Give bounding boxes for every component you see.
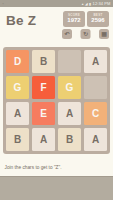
tile-E: E xyxy=(32,102,55,125)
tile-B: B xyxy=(58,128,81,151)
tile-A: A xyxy=(84,50,107,73)
tile-D: D xyxy=(6,50,29,73)
score-box: SCORE 1972 xyxy=(63,11,85,27)
board[interactable]: DBAGFGAEACBABA xyxy=(3,47,110,154)
notification-icon: ▪ xyxy=(3,0,4,7)
goal-caption: Join the chars to get to "Z". xyxy=(5,164,62,170)
tile-A: A xyxy=(58,102,81,125)
empty-cell xyxy=(84,76,107,99)
status-bar-right: ▴ ◢ ▮ 12:34 PM xyxy=(82,0,111,7)
signal-icon: ▴ xyxy=(82,0,84,7)
score-value: 1972 xyxy=(63,17,85,24)
empty-cell xyxy=(58,50,81,73)
bottom-bar xyxy=(0,176,113,200)
tile-G: G xyxy=(58,76,81,99)
status-bar: ▪ ▴ ◢ ▮ 12:34 PM xyxy=(0,0,113,7)
menu-button[interactable]: ▦ xyxy=(99,29,109,39)
tile-C: C xyxy=(84,102,107,125)
tile-A: A xyxy=(84,128,107,151)
app-screen: ▪ ▴ ◢ ▮ 12:34 PM Be Z SCORE 1972 BEST 25… xyxy=(0,0,113,200)
tile-A: A xyxy=(32,128,55,151)
restart-button[interactable]: ↻ xyxy=(81,29,91,39)
best-value: 2596 xyxy=(87,17,109,24)
wifi-icon: ◢ xyxy=(85,0,88,7)
tile-B: B xyxy=(6,128,29,151)
best-box: BEST 2596 xyxy=(87,11,109,27)
tile-F: F xyxy=(32,76,55,99)
tile-B: B xyxy=(32,50,55,73)
battery-icon: ▮ xyxy=(89,0,91,7)
page-title: Be Z xyxy=(6,13,36,29)
status-time: 12:34 PM xyxy=(93,1,111,6)
tile-A: A xyxy=(6,102,29,125)
toolbar: ↶↻▦ xyxy=(62,29,109,39)
undo-button[interactable]: ↶ xyxy=(62,29,72,39)
tile-G: G xyxy=(6,76,29,99)
